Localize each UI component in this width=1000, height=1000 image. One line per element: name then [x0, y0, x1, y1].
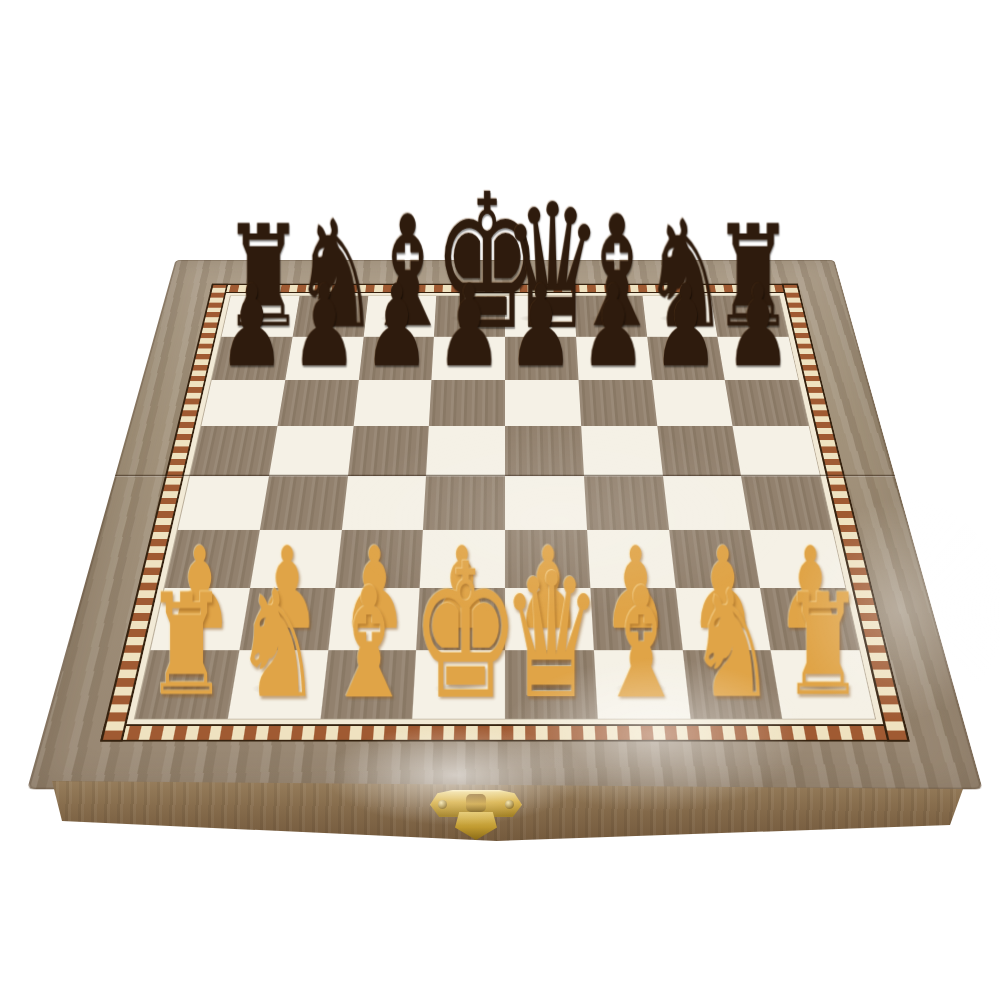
piece-d7-dark-pawn[interactable]: ♟ — [430, 270, 508, 383]
clasp-screw-left — [438, 800, 447, 809]
piece-c7-dark-pawn[interactable]: ♟ — [358, 270, 436, 383]
chessboard: ♜♞♝♚♛♝♞♜♟♟♟♟♟♟♟♟♟♟♟♟♟♟♟♟♜♞♝♚♛♝♞♜ — [27, 260, 983, 790]
brass-clasp — [428, 786, 524, 842]
piece-shadow — [441, 355, 496, 366]
piece-shadow — [657, 355, 714, 366]
piece-f1-light-bishop[interactable]: ♝ — [592, 566, 689, 719]
piece-a1-light-rook[interactable]: ♜ — [138, 577, 235, 717]
piece-shadow — [585, 355, 641, 366]
chess-set-scene: ♜♞♝♚♛♝♞♜♟♟♟♟♟♟♟♟♟♟♟♟♟♟♟♟♜♞♝♚♛♝♞♜ — [0, 0, 1000, 1000]
piece-d1-light-king[interactable]: ♚ — [411, 540, 508, 727]
piece-h7-dark-pawn[interactable]: ♟ — [719, 270, 797, 383]
piece-g7-dark-pawn[interactable]: ♟ — [647, 270, 725, 383]
piece-a7-dark-pawn[interactable]: ♟ — [213, 270, 291, 383]
pieces-layer: ♜♞♝♚♛♝♞♜♟♟♟♟♟♟♟♟♟♟♟♟♟♟♟♟♜♞♝♚♛♝♞♜ — [27, 260, 983, 790]
piece-g1-light-knight[interactable]: ♞ — [683, 570, 780, 718]
piece-e1-light-queen[interactable]: ♛ — [502, 551, 599, 724]
piece-b1-light-knight[interactable]: ♞ — [229, 570, 326, 718]
clasp-screw-right — [505, 800, 514, 809]
piece-b7-dark-pawn[interactable]: ♟ — [286, 270, 364, 383]
clasp-knob — [466, 794, 486, 812]
piece-e7-dark-pawn[interactable]: ♟ — [502, 270, 580, 383]
piece-h1-light-rook[interactable]: ♜ — [774, 577, 871, 717]
clasp-tongue — [455, 812, 497, 840]
piece-c1-light-bishop[interactable]: ♝ — [320, 566, 417, 719]
piece-f7-dark-pawn[interactable]: ♟ — [575, 270, 653, 383]
